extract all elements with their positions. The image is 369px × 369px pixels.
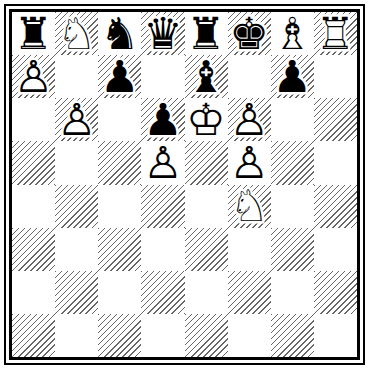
square-b2[interactable]	[55, 271, 98, 314]
piece-glyph: ♜	[185, 12, 228, 55]
piece-glyph: ♝	[185, 55, 228, 98]
piece-glyph: ♔	[185, 98, 228, 141]
square-f7[interactable]	[228, 55, 271, 98]
piece-glyph: ♜	[12, 12, 55, 55]
square-a2[interactable]	[12, 271, 55, 314]
square-h7[interactable]	[314, 55, 357, 98]
square-g4[interactable]	[271, 185, 314, 228]
square-c5[interactable]	[98, 141, 141, 184]
square-f6[interactable]: ♟♙	[228, 98, 271, 141]
white-bishop-icon: ♝♗	[271, 12, 314, 55]
piece-glyph: ♖	[314, 12, 357, 55]
square-g1[interactable]	[271, 314, 314, 357]
piece-glyph: ♙	[141, 141, 184, 184]
piece-glyph: ♙	[55, 98, 98, 141]
piece-glyph: ♟	[98, 55, 141, 98]
square-g6[interactable]	[271, 98, 314, 141]
square-h6[interactable]	[314, 98, 357, 141]
square-c4[interactable]	[98, 185, 141, 228]
square-e2[interactable]	[185, 271, 228, 314]
piece-glyph: ♟	[271, 55, 314, 98]
square-c7[interactable]: ♟♟	[98, 55, 141, 98]
square-e5[interactable]	[185, 141, 228, 184]
square-e4[interactable]	[185, 185, 228, 228]
square-f2[interactable]	[228, 271, 271, 314]
piece-glyph: ♙	[228, 98, 271, 141]
square-e1[interactable]	[185, 314, 228, 357]
square-c8[interactable]: ♞♞	[98, 12, 141, 55]
board-frame-inner: ♜♜♞♘♞♞♛♛♜♜♚♚♝♗♜♖♟♙♟♟♝♝♟♟♟♙♟♟♚♔♟♙♟♙♟♙♞♘	[9, 9, 360, 360]
square-h5[interactable]	[314, 141, 357, 184]
white-pawn-icon: ♟♙	[55, 98, 98, 141]
piece-glyph: ♘	[228, 185, 271, 228]
piece-glyph: ♚	[228, 12, 271, 55]
square-c3[interactable]	[98, 228, 141, 271]
black-bishop-icon: ♝♝	[185, 55, 228, 98]
square-h2[interactable]	[314, 271, 357, 314]
square-c2[interactable]	[98, 271, 141, 314]
black-rook-icon: ♜♜	[185, 12, 228, 55]
square-e8[interactable]: ♜♜	[185, 12, 228, 55]
square-f5[interactable]: ♟♙	[228, 141, 271, 184]
square-a1[interactable]	[12, 314, 55, 357]
square-b1[interactable]	[55, 314, 98, 357]
black-pawn-icon: ♟♟	[271, 55, 314, 98]
square-h3[interactable]	[314, 228, 357, 271]
square-g2[interactable]	[271, 271, 314, 314]
square-d2[interactable]	[141, 271, 184, 314]
square-g3[interactable]	[271, 228, 314, 271]
white-pawn-icon: ♟♙	[141, 141, 184, 184]
white-knight-icon: ♞♘	[55, 12, 98, 55]
square-b4[interactable]	[55, 185, 98, 228]
square-c6[interactable]	[98, 98, 141, 141]
black-pawn-icon: ♟♟	[141, 98, 184, 141]
square-a4[interactable]	[12, 185, 55, 228]
square-h4[interactable]	[314, 185, 357, 228]
square-a5[interactable]	[12, 141, 55, 184]
piece-glyph: ♙	[228, 141, 271, 184]
white-pawn-icon: ♟♙	[12, 55, 55, 98]
square-f3[interactable]	[228, 228, 271, 271]
black-king-icon: ♚♚	[228, 12, 271, 55]
piece-glyph: ♗	[271, 12, 314, 55]
square-b8[interactable]: ♞♘	[55, 12, 98, 55]
square-h1[interactable]	[314, 314, 357, 357]
square-e7[interactable]: ♝♝	[185, 55, 228, 98]
square-g7[interactable]: ♟♟	[271, 55, 314, 98]
square-b6[interactable]: ♟♙	[55, 98, 98, 141]
square-e3[interactable]	[185, 228, 228, 271]
chess-board: ♜♜♞♘♞♞♛♛♜♜♚♚♝♗♜♖♟♙♟♟♝♝♟♟♟♙♟♟♚♔♟♙♟♙♟♙♞♘	[12, 12, 357, 357]
white-knight-icon: ♞♘	[228, 185, 271, 228]
piece-glyph: ♟	[141, 98, 184, 141]
square-f4[interactable]: ♞♘	[228, 185, 271, 228]
piece-glyph: ♘	[55, 12, 98, 55]
square-e6[interactable]: ♚♔	[185, 98, 228, 141]
white-rook-icon: ♜♖	[314, 12, 357, 55]
board-frame-outer: ♜♜♞♘♞♞♛♛♜♜♚♚♝♗♜♖♟♙♟♟♝♝♟♟♟♙♟♟♚♔♟♙♟♙♟♙♞♘	[4, 4, 365, 365]
square-g5[interactable]	[271, 141, 314, 184]
white-pawn-icon: ♟♙	[228, 98, 271, 141]
square-d5[interactable]: ♟♙	[141, 141, 184, 184]
square-d7[interactable]	[141, 55, 184, 98]
black-queen-icon: ♛♛	[141, 12, 184, 55]
square-a6[interactable]	[12, 98, 55, 141]
square-a8[interactable]: ♜♜	[12, 12, 55, 55]
piece-glyph: ♞	[98, 12, 141, 55]
piece-glyph: ♙	[12, 55, 55, 98]
square-d6[interactable]: ♟♟	[141, 98, 184, 141]
square-f1[interactable]	[228, 314, 271, 357]
square-d8[interactable]: ♛♛	[141, 12, 184, 55]
square-d1[interactable]	[141, 314, 184, 357]
piece-glyph: ♛	[141, 12, 184, 55]
square-b7[interactable]	[55, 55, 98, 98]
square-c1[interactable]	[98, 314, 141, 357]
square-a3[interactable]	[12, 228, 55, 271]
white-king-icon: ♚♔	[185, 98, 228, 141]
square-h8[interactable]: ♜♖	[314, 12, 357, 55]
black-rook-icon: ♜♜	[12, 12, 55, 55]
square-f8[interactable]: ♚♚	[228, 12, 271, 55]
square-b3[interactable]	[55, 228, 98, 271]
square-a7[interactable]: ♟♙	[12, 55, 55, 98]
square-d4[interactable]	[141, 185, 184, 228]
black-pawn-icon: ♟♟	[98, 55, 141, 98]
square-g8[interactable]: ♝♗	[271, 12, 314, 55]
square-b5[interactable]	[55, 141, 98, 184]
square-d3[interactable]	[141, 228, 184, 271]
white-pawn-icon: ♟♙	[228, 141, 271, 184]
black-knight-icon: ♞♞	[98, 12, 141, 55]
